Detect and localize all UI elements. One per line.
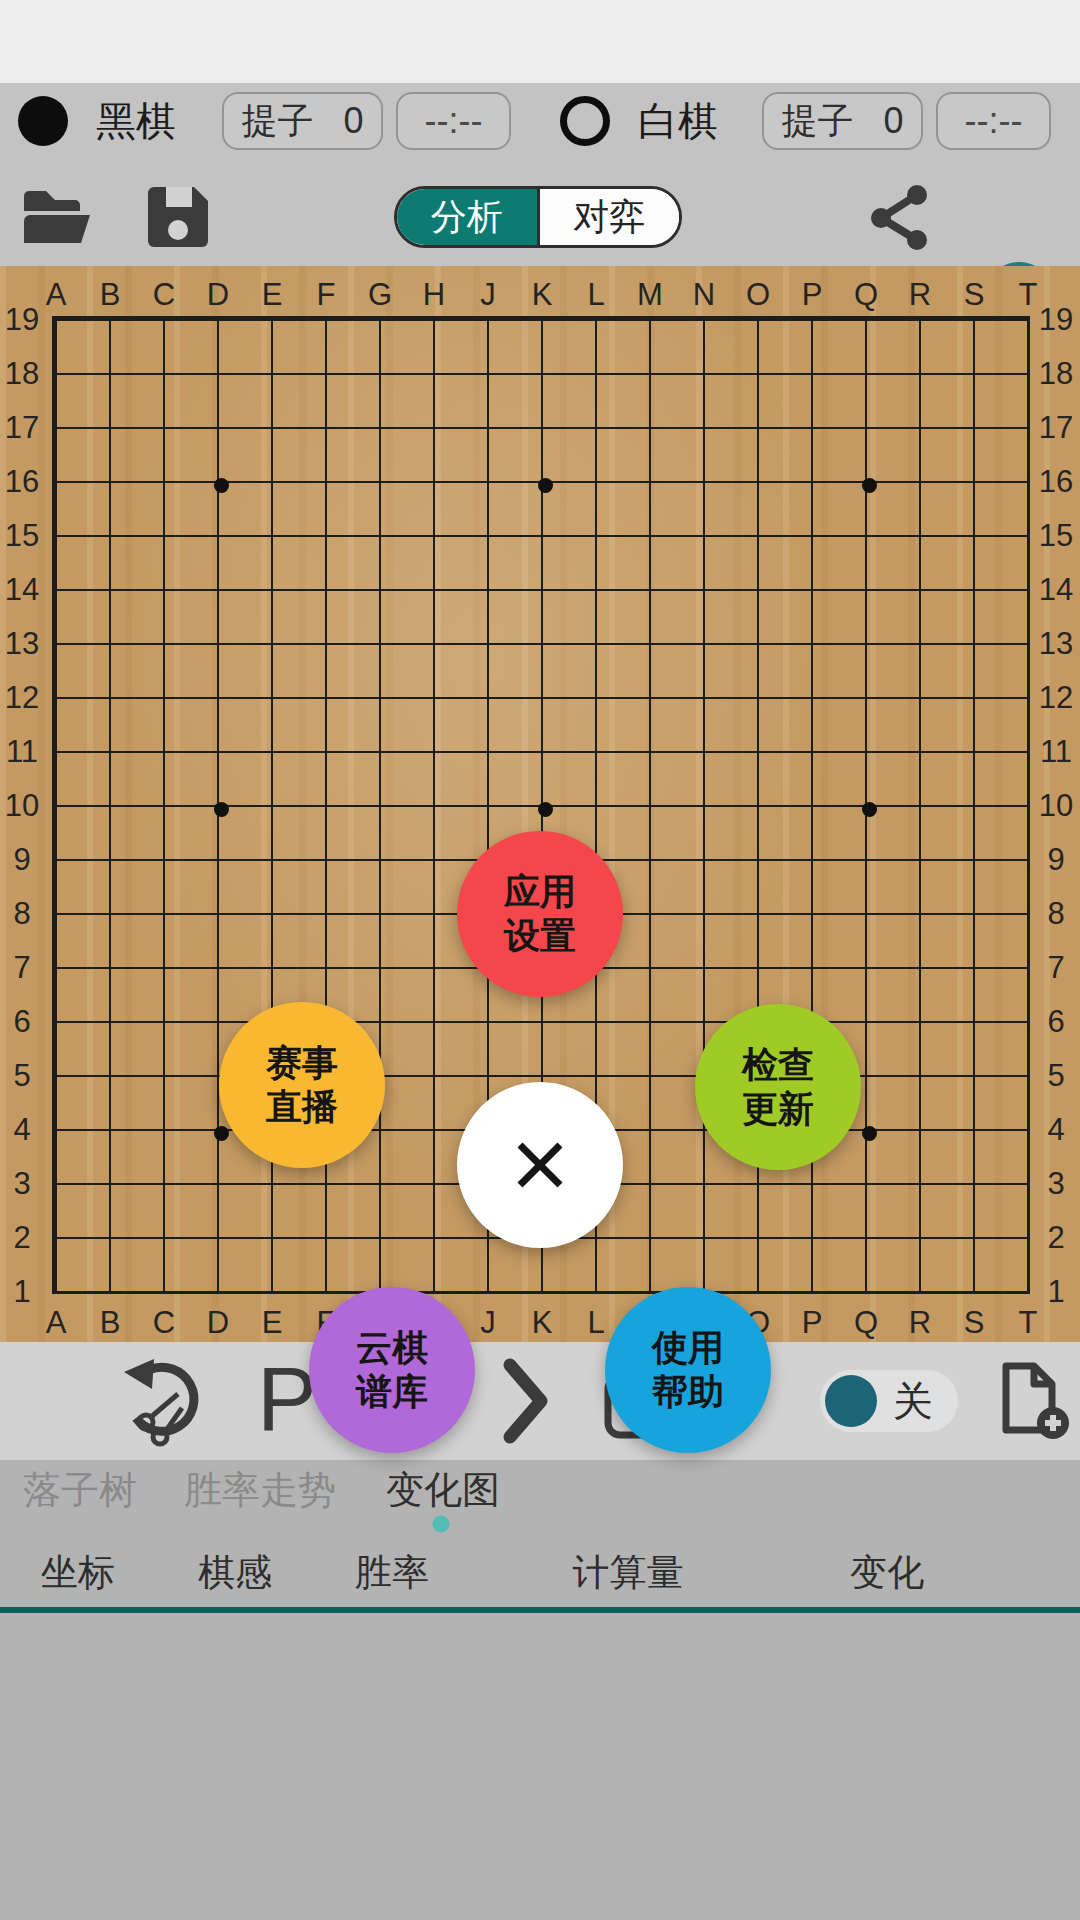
intersection-A9[interactable] bbox=[32, 836, 86, 890]
intersection-E15[interactable] bbox=[248, 512, 302, 566]
intersection-A16[interactable] bbox=[32, 458, 86, 512]
fab-check-update-button[interactable]: 检查更新 bbox=[695, 1004, 861, 1170]
intersection-R11[interactable] bbox=[896, 728, 950, 782]
intersection-J13[interactable] bbox=[464, 620, 518, 674]
intersection-H8[interactable] bbox=[410, 890, 464, 944]
intersection-N14[interactable] bbox=[680, 566, 734, 620]
intersection-D15[interactable] bbox=[194, 512, 248, 566]
intersection-B8[interactable] bbox=[86, 890, 140, 944]
intersection-A7[interactable] bbox=[32, 944, 86, 998]
intersection-R10[interactable] bbox=[896, 782, 950, 836]
tab-secondary-4[interactable]: 计算量 bbox=[573, 1548, 684, 1598]
intersection-M13[interactable] bbox=[626, 620, 680, 674]
intersection-S10[interactable] bbox=[950, 782, 1004, 836]
intersection-M10[interactable] bbox=[626, 782, 680, 836]
intersection-D8[interactable] bbox=[194, 890, 248, 944]
intersection-Q12[interactable] bbox=[842, 674, 896, 728]
intersection-P2[interactable] bbox=[788, 1214, 842, 1268]
save-icon[interactable] bbox=[146, 185, 210, 249]
intersection-L16[interactable] bbox=[572, 458, 626, 512]
intersection-G16[interactable] bbox=[356, 458, 410, 512]
intersection-B9[interactable] bbox=[86, 836, 140, 890]
intersection-C12[interactable] bbox=[140, 674, 194, 728]
intersection-B10[interactable] bbox=[86, 782, 140, 836]
intersection-E9[interactable] bbox=[248, 836, 302, 890]
intersection-D2[interactable] bbox=[194, 1214, 248, 1268]
intersection-C4[interactable] bbox=[140, 1106, 194, 1160]
intersection-Q16[interactable] bbox=[842, 458, 896, 512]
intersection-M7[interactable] bbox=[626, 944, 680, 998]
intersection-G11[interactable] bbox=[356, 728, 410, 782]
intersection-L6[interactable] bbox=[572, 998, 626, 1052]
intersection-O13[interactable] bbox=[734, 620, 788, 674]
intersection-Q18[interactable] bbox=[842, 350, 896, 404]
intersection-E14[interactable] bbox=[248, 566, 302, 620]
intersection-J6[interactable] bbox=[464, 998, 518, 1052]
intersection-C15[interactable] bbox=[140, 512, 194, 566]
intersection-A11[interactable] bbox=[32, 728, 86, 782]
intersection-N15[interactable] bbox=[680, 512, 734, 566]
coord-label: 11 bbox=[6, 734, 38, 770]
intersection-R9[interactable] bbox=[896, 836, 950, 890]
intersection-E11[interactable] bbox=[248, 728, 302, 782]
intersection-S13[interactable] bbox=[950, 620, 1004, 674]
intersection-J14[interactable] bbox=[464, 566, 518, 620]
intersection-N12[interactable] bbox=[680, 674, 734, 728]
intersection-R3[interactable] bbox=[896, 1160, 950, 1214]
tab-secondary-3[interactable]: 胜率 bbox=[355, 1548, 429, 1598]
intersection-N10[interactable] bbox=[680, 782, 734, 836]
intersection-A15[interactable] bbox=[32, 512, 86, 566]
intersection-B16[interactable] bbox=[86, 458, 140, 512]
intersection-C10[interactable] bbox=[140, 782, 194, 836]
intersection-Q9[interactable] bbox=[842, 836, 896, 890]
intersection-M12[interactable] bbox=[626, 674, 680, 728]
intersection-J18[interactable] bbox=[464, 350, 518, 404]
mode-play-button[interactable]: 对弈 bbox=[537, 189, 680, 245]
intersection-S2[interactable] bbox=[950, 1214, 1004, 1268]
intersection-S18[interactable] bbox=[950, 350, 1004, 404]
intersection-P9[interactable] bbox=[788, 836, 842, 890]
intersection-Q17[interactable] bbox=[842, 404, 896, 458]
intersection-O15[interactable] bbox=[734, 512, 788, 566]
intersection-D18[interactable] bbox=[194, 350, 248, 404]
intersection-G14[interactable] bbox=[356, 566, 410, 620]
black-captures-label: 提子 bbox=[241, 97, 313, 146]
intersection-D11[interactable] bbox=[194, 728, 248, 782]
intersection-N8[interactable] bbox=[680, 890, 734, 944]
coord-label: C bbox=[153, 1305, 175, 1341]
intersection-L11[interactable] bbox=[572, 728, 626, 782]
intersection-O11[interactable] bbox=[734, 728, 788, 782]
intersection-J16[interactable] bbox=[464, 458, 518, 512]
intersection-A18[interactable] bbox=[32, 350, 86, 404]
intersection-S15[interactable] bbox=[950, 512, 1004, 566]
intersection-S14[interactable] bbox=[950, 566, 1004, 620]
intersection-N3[interactable] bbox=[680, 1160, 734, 1214]
fab-live-events-button[interactable]: 赛事直播 bbox=[219, 1002, 385, 1168]
intersection-H13[interactable] bbox=[410, 620, 464, 674]
intersection-H10[interactable] bbox=[410, 782, 464, 836]
intersection-H14[interactable] bbox=[410, 566, 464, 620]
intersection-H2[interactable] bbox=[410, 1214, 464, 1268]
intersection-A17[interactable] bbox=[32, 404, 86, 458]
intersection-S12[interactable] bbox=[950, 674, 1004, 728]
intersection-F16[interactable] bbox=[302, 458, 356, 512]
toggle-knob bbox=[825, 1375, 877, 1427]
intersection-F18[interactable] bbox=[302, 350, 356, 404]
intersection-R13[interactable] bbox=[896, 620, 950, 674]
intersection-R6[interactable] bbox=[896, 998, 950, 1052]
intersection-O17[interactable] bbox=[734, 404, 788, 458]
intersection-D17[interactable] bbox=[194, 404, 248, 458]
intersection-C17[interactable] bbox=[140, 404, 194, 458]
intersection-L12[interactable] bbox=[572, 674, 626, 728]
intersection-C6[interactable] bbox=[140, 998, 194, 1052]
intersection-R16[interactable] bbox=[896, 458, 950, 512]
intersection-F11[interactable] bbox=[302, 728, 356, 782]
intersection-O2[interactable] bbox=[734, 1214, 788, 1268]
intersection-A12[interactable] bbox=[32, 674, 86, 728]
intersection-J11[interactable] bbox=[464, 728, 518, 782]
intersection-F3[interactable] bbox=[302, 1160, 356, 1214]
fab-label-bottom: 谱库 bbox=[356, 1370, 428, 1414]
intersection-E3[interactable] bbox=[248, 1160, 302, 1214]
intersection-G15[interactable] bbox=[356, 512, 410, 566]
intersection-O7[interactable] bbox=[734, 944, 788, 998]
intersection-G8[interactable] bbox=[356, 890, 410, 944]
intersection-C5[interactable] bbox=[140, 1052, 194, 1106]
intersection-E10[interactable] bbox=[248, 782, 302, 836]
intersection-L15[interactable] bbox=[572, 512, 626, 566]
intersection-H15[interactable] bbox=[410, 512, 464, 566]
intersection-G12[interactable] bbox=[356, 674, 410, 728]
intersection-S5[interactable] bbox=[950, 1052, 1004, 1106]
coord-label: A bbox=[46, 277, 67, 313]
intersection-N11[interactable] bbox=[680, 728, 734, 782]
intersection-A5[interactable] bbox=[32, 1052, 86, 1106]
intersection-L13[interactable] bbox=[572, 620, 626, 674]
intersection-C16[interactable] bbox=[140, 458, 194, 512]
intersection-P14[interactable] bbox=[788, 566, 842, 620]
intersection-M4[interactable] bbox=[626, 1106, 680, 1160]
intersection-H3[interactable] bbox=[410, 1160, 464, 1214]
intersection-O12[interactable] bbox=[734, 674, 788, 728]
intersection-M5[interactable] bbox=[626, 1052, 680, 1106]
intersection-Q7[interactable] bbox=[842, 944, 896, 998]
intersection-G3[interactable] bbox=[356, 1160, 410, 1214]
intersection-B5[interactable] bbox=[86, 1052, 140, 1106]
intersection-F8[interactable] bbox=[302, 890, 356, 944]
intersection-A13[interactable] bbox=[32, 620, 86, 674]
intersection-Q6[interactable] bbox=[842, 998, 896, 1052]
intersection-K16[interactable] bbox=[518, 458, 572, 512]
intersection-C13[interactable] bbox=[140, 620, 194, 674]
intersection-F15[interactable] bbox=[302, 512, 356, 566]
intersection-D10[interactable] bbox=[194, 782, 248, 836]
intersection-S9[interactable] bbox=[950, 836, 1004, 890]
intersection-D14[interactable] bbox=[194, 566, 248, 620]
intersection-G18[interactable] bbox=[356, 350, 410, 404]
intersection-O10[interactable] bbox=[734, 782, 788, 836]
intersection-H7[interactable] bbox=[410, 944, 464, 998]
tab-primary-3[interactable]: 变化图 bbox=[386, 1465, 500, 1516]
intersection-C3[interactable] bbox=[140, 1160, 194, 1214]
intersection-F13[interactable] bbox=[302, 620, 356, 674]
intersection-K14[interactable] bbox=[518, 566, 572, 620]
intersection-M8[interactable] bbox=[626, 890, 680, 944]
intersection-P12[interactable] bbox=[788, 674, 842, 728]
intersection-M9[interactable] bbox=[626, 836, 680, 890]
intersection-D13[interactable] bbox=[194, 620, 248, 674]
intersection-Q11[interactable] bbox=[842, 728, 896, 782]
intersection-G13[interactable] bbox=[356, 620, 410, 674]
intersection-H9[interactable] bbox=[410, 836, 464, 890]
intersection-J12[interactable] bbox=[464, 674, 518, 728]
intersection-F7[interactable] bbox=[302, 944, 356, 998]
intersection-A2[interactable] bbox=[32, 1214, 86, 1268]
intersection-Q8[interactable] bbox=[842, 890, 896, 944]
intersection-H4[interactable] bbox=[410, 1106, 464, 1160]
folder-open-icon[interactable] bbox=[20, 187, 94, 247]
intersection-A8[interactable] bbox=[32, 890, 86, 944]
mode-analysis-button[interactable]: 分析 bbox=[397, 189, 537, 245]
intersection-P16[interactable] bbox=[788, 458, 842, 512]
intersection-D12[interactable] bbox=[194, 674, 248, 728]
intersection-J15[interactable] bbox=[464, 512, 518, 566]
intersection-R15[interactable] bbox=[896, 512, 950, 566]
status-bar bbox=[0, 0, 1080, 83]
intersection-S7[interactable] bbox=[950, 944, 1004, 998]
intersection-N16[interactable] bbox=[680, 458, 734, 512]
intersection-J10[interactable] bbox=[464, 782, 518, 836]
tab-secondary-1[interactable]: 坐标 bbox=[41, 1548, 115, 1598]
intersection-G9[interactable] bbox=[356, 836, 410, 890]
fab-label-top: 赛事 bbox=[266, 1041, 338, 1085]
intersection-D16[interactable] bbox=[194, 458, 248, 512]
intersection-S6[interactable] bbox=[950, 998, 1004, 1052]
intersection-D3[interactable] bbox=[194, 1160, 248, 1214]
intersection-L18[interactable] bbox=[572, 350, 626, 404]
intersection-C8[interactable] bbox=[140, 890, 194, 944]
intersection-O8[interactable] bbox=[734, 890, 788, 944]
intersection-E17[interactable] bbox=[248, 404, 302, 458]
intersection-P8[interactable] bbox=[788, 890, 842, 944]
intersection-F2[interactable] bbox=[302, 1214, 356, 1268]
intersection-E8[interactable] bbox=[248, 890, 302, 944]
intersection-H5[interactable] bbox=[410, 1052, 464, 1106]
intersection-C11[interactable] bbox=[140, 728, 194, 782]
intersection-H16[interactable] bbox=[410, 458, 464, 512]
intersection-H18[interactable] bbox=[410, 350, 464, 404]
new-file-icon[interactable] bbox=[994, 1360, 1072, 1442]
intersection-C2[interactable] bbox=[140, 1214, 194, 1268]
intersection-Q13[interactable] bbox=[842, 620, 896, 674]
intersection-B11[interactable] bbox=[86, 728, 140, 782]
intersection-G2[interactable] bbox=[356, 1214, 410, 1268]
intersection-R2[interactable] bbox=[896, 1214, 950, 1268]
intersection-P10[interactable] bbox=[788, 782, 842, 836]
intersection-A4[interactable] bbox=[32, 1106, 86, 1160]
intersection-H6[interactable] bbox=[410, 998, 464, 1052]
intersection-R18[interactable] bbox=[896, 350, 950, 404]
intersection-P11[interactable] bbox=[788, 728, 842, 782]
intersection-R17[interactable] bbox=[896, 404, 950, 458]
intersection-K10[interactable] bbox=[518, 782, 572, 836]
intersection-O9[interactable] bbox=[734, 836, 788, 890]
intersection-H12[interactable] bbox=[410, 674, 464, 728]
intersection-G7[interactable] bbox=[356, 944, 410, 998]
intersection-A10[interactable] bbox=[32, 782, 86, 836]
intersection-F12[interactable] bbox=[302, 674, 356, 728]
intersection-S17[interactable] bbox=[950, 404, 1004, 458]
coord-label: 5 bbox=[1047, 1058, 1064, 1094]
intersection-E12[interactable] bbox=[248, 674, 302, 728]
intersection-M6[interactable] bbox=[626, 998, 680, 1052]
intersection-E16[interactable] bbox=[248, 458, 302, 512]
intersection-G17[interactable] bbox=[356, 404, 410, 458]
intersection-A14[interactable] bbox=[32, 566, 86, 620]
intersection-S8[interactable] bbox=[950, 890, 1004, 944]
intersection-O16[interactable] bbox=[734, 458, 788, 512]
intersection-D9[interactable] bbox=[194, 836, 248, 890]
intersection-N9[interactable] bbox=[680, 836, 734, 890]
intersection-R12[interactable] bbox=[896, 674, 950, 728]
intersection-N13[interactable] bbox=[680, 620, 734, 674]
tab-primary-2[interactable]: 胜率走势 bbox=[184, 1465, 336, 1516]
intersection-R8[interactable] bbox=[896, 890, 950, 944]
intersection-F10[interactable] bbox=[302, 782, 356, 836]
intersection-B15[interactable] bbox=[86, 512, 140, 566]
intersection-Q10[interactable] bbox=[842, 782, 896, 836]
intersection-K6[interactable] bbox=[518, 998, 572, 1052]
intersection-C9[interactable] bbox=[140, 836, 194, 890]
intersection-B13[interactable] bbox=[86, 620, 140, 674]
intersection-Q2[interactable] bbox=[842, 1214, 896, 1268]
intersection-B12[interactable] bbox=[86, 674, 140, 728]
intersection-B4[interactable] bbox=[86, 1106, 140, 1160]
undo-cut-icon[interactable] bbox=[122, 1356, 202, 1448]
intersection-S4[interactable] bbox=[950, 1106, 1004, 1160]
intersection-M14[interactable] bbox=[626, 566, 680, 620]
intersection-L10[interactable] bbox=[572, 782, 626, 836]
pass-button[interactable]: P bbox=[257, 1354, 317, 1444]
intersection-Q14[interactable] bbox=[842, 566, 896, 620]
intersection-O14[interactable] bbox=[734, 566, 788, 620]
intersection-S16[interactable] bbox=[950, 458, 1004, 512]
intersection-E2[interactable] bbox=[248, 1214, 302, 1268]
intersection-M2[interactable] bbox=[626, 1214, 680, 1268]
intersection-R14[interactable] bbox=[896, 566, 950, 620]
intersection-D7[interactable] bbox=[194, 944, 248, 998]
mode-toggle: 分析 对弈 bbox=[394, 186, 682, 248]
intersection-F9[interactable] bbox=[302, 836, 356, 890]
intersection-E7[interactable] bbox=[248, 944, 302, 998]
intersection-P18[interactable] bbox=[788, 350, 842, 404]
intersection-L17[interactable] bbox=[572, 404, 626, 458]
intersection-R7[interactable] bbox=[896, 944, 950, 998]
tab-secondary-5[interactable]: 变化 bbox=[850, 1548, 924, 1598]
intersection-B7[interactable] bbox=[86, 944, 140, 998]
fab-app-settings-button[interactable]: 应用设置 bbox=[457, 831, 623, 997]
intersection-C7[interactable] bbox=[140, 944, 194, 998]
intersection-B3[interactable] bbox=[86, 1160, 140, 1214]
coord-label: E bbox=[262, 277, 283, 313]
intersection-K17[interactable] bbox=[518, 404, 572, 458]
intersection-M11[interactable] bbox=[626, 728, 680, 782]
intersection-M18[interactable] bbox=[626, 350, 680, 404]
share-icon[interactable] bbox=[868, 183, 930, 251]
intersection-N18[interactable] bbox=[680, 350, 734, 404]
intersection-K18[interactable] bbox=[518, 350, 572, 404]
intersection-A6[interactable] bbox=[32, 998, 86, 1052]
intersection-A3[interactable] bbox=[32, 1160, 86, 1214]
intersection-O18[interactable] bbox=[734, 350, 788, 404]
intersection-P3[interactable] bbox=[788, 1160, 842, 1214]
intersection-C14[interactable] bbox=[140, 566, 194, 620]
coord-label: 15 bbox=[5, 518, 39, 554]
secondary-tabs-underline bbox=[0, 1607, 1080, 1613]
intersection-H11[interactable] bbox=[410, 728, 464, 782]
intersection-M15[interactable] bbox=[626, 512, 680, 566]
intersection-E18[interactable] bbox=[248, 350, 302, 404]
intersection-F14[interactable] bbox=[302, 566, 356, 620]
intersection-K11[interactable] bbox=[518, 728, 572, 782]
intersection-F17[interactable] bbox=[302, 404, 356, 458]
intersection-P13[interactable] bbox=[788, 620, 842, 674]
intersection-L14[interactable] bbox=[572, 566, 626, 620]
fab-usage-help-button[interactable]: 使用帮助 bbox=[605, 1287, 771, 1453]
toggle-switch[interactable]: 关 bbox=[820, 1370, 958, 1432]
intersection-N17[interactable] bbox=[680, 404, 734, 458]
intersection-H17[interactable] bbox=[410, 404, 464, 458]
intersection-B14[interactable] bbox=[86, 566, 140, 620]
intersection-Q3[interactable] bbox=[842, 1160, 896, 1214]
intersection-S3[interactable] bbox=[950, 1160, 1004, 1214]
intersection-B18[interactable] bbox=[86, 350, 140, 404]
intersection-K15[interactable] bbox=[518, 512, 572, 566]
intersection-Q15[interactable] bbox=[842, 512, 896, 566]
forward-chevron-icon[interactable] bbox=[503, 1358, 549, 1444]
intersection-K13[interactable] bbox=[518, 620, 572, 674]
intersection-C18[interactable] bbox=[140, 350, 194, 404]
intersection-N7[interactable] bbox=[680, 944, 734, 998]
intersection-B17[interactable] bbox=[86, 404, 140, 458]
intersection-M17[interactable] bbox=[626, 404, 680, 458]
coord-label: O bbox=[746, 277, 770, 313]
intersection-P17[interactable] bbox=[788, 404, 842, 458]
intersection-B6[interactable] bbox=[86, 998, 140, 1052]
intersection-S11[interactable] bbox=[950, 728, 1004, 782]
intersection-R4[interactable] bbox=[896, 1106, 950, 1160]
intersection-M16[interactable] bbox=[626, 458, 680, 512]
fab-close-button[interactable] bbox=[457, 1082, 623, 1248]
tab-primary-1[interactable]: 落子树 bbox=[23, 1465, 137, 1516]
intersection-P7[interactable] bbox=[788, 944, 842, 998]
intersection-R5[interactable] bbox=[896, 1052, 950, 1106]
intersection-G10[interactable] bbox=[356, 782, 410, 836]
intersection-N2[interactable] bbox=[680, 1214, 734, 1268]
intersection-E13[interactable] bbox=[248, 620, 302, 674]
intersection-J17[interactable] bbox=[464, 404, 518, 458]
fab-label-bottom: 直播 bbox=[266, 1085, 338, 1129]
intersection-B2[interactable] bbox=[86, 1214, 140, 1268]
tab-secondary-2[interactable]: 棋感 bbox=[198, 1548, 272, 1598]
intersection-M3[interactable] bbox=[626, 1160, 680, 1214]
intersection-P15[interactable] bbox=[788, 512, 842, 566]
intersection-K12[interactable] bbox=[518, 674, 572, 728]
fab-cloud-library-button[interactable]: 云棋谱库 bbox=[309, 1287, 475, 1453]
